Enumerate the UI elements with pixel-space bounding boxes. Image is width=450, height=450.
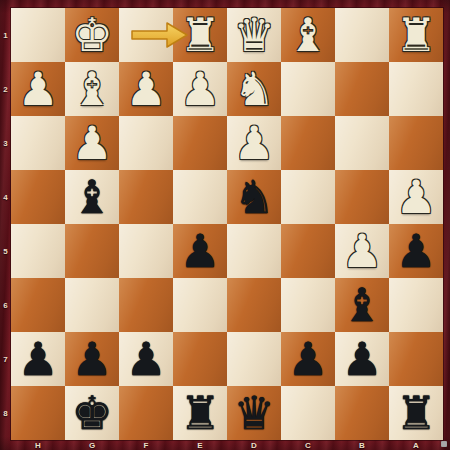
chess-board: ♚♜♛♝♜♟♝♟♟♞♟♟♝♞♟♟♟♟♝♟♟♟♟♟♚♜♛♜ (11, 8, 443, 440)
square-d5[interactable] (227, 224, 281, 278)
piece-black-pawn: ♟ (71, 332, 112, 386)
square-d1[interactable]: ♛ (227, 8, 281, 62)
square-e6[interactable] (173, 278, 227, 332)
square-a1[interactable]: ♜ (389, 8, 443, 62)
square-f5[interactable] (119, 224, 173, 278)
piece-white-rook: ♜ (179, 8, 220, 62)
piece-black-queen: ♛ (233, 386, 274, 440)
square-b7[interactable]: ♟ (335, 332, 389, 386)
piece-black-pawn: ♟ (125, 332, 166, 386)
square-c4[interactable] (281, 170, 335, 224)
square-e8[interactable]: ♜ (173, 386, 227, 440)
square-a4[interactable]: ♟ (389, 170, 443, 224)
piece-white-pawn: ♟ (395, 170, 436, 224)
square-g3[interactable]: ♟ (65, 116, 119, 170)
file-label-f: F (119, 440, 173, 450)
square-h3[interactable] (11, 116, 65, 170)
square-g8[interactable]: ♚ (65, 386, 119, 440)
square-c5[interactable] (281, 224, 335, 278)
square-h7[interactable]: ♟ (11, 332, 65, 386)
square-c2[interactable] (281, 62, 335, 116)
square-b1[interactable] (335, 8, 389, 62)
file-labels: HGFEDCBA (11, 440, 443, 450)
square-h4[interactable] (11, 170, 65, 224)
square-d3[interactable]: ♟ (227, 116, 281, 170)
square-h1[interactable] (11, 8, 65, 62)
square-c6[interactable] (281, 278, 335, 332)
square-g5[interactable] (65, 224, 119, 278)
square-d7[interactable] (227, 332, 281, 386)
square-c7[interactable]: ♟ (281, 332, 335, 386)
file-label-c: C (281, 440, 335, 450)
piece-black-rook: ♜ (179, 386, 220, 440)
rank-labels: 12345678 (0, 8, 11, 440)
square-e5[interactable]: ♟ (173, 224, 227, 278)
square-b2[interactable] (335, 62, 389, 116)
square-a7[interactable] (389, 332, 443, 386)
square-a2[interactable] (389, 62, 443, 116)
square-d4[interactable]: ♞ (227, 170, 281, 224)
file-label-d: D (227, 440, 281, 450)
piece-white-pawn: ♟ (233, 116, 274, 170)
square-a8[interactable]: ♜ (389, 386, 443, 440)
square-e2[interactable]: ♟ (173, 62, 227, 116)
piece-black-pawn: ♟ (287, 332, 328, 386)
rank-label-3: 3 (0, 116, 11, 170)
piece-black-pawn: ♟ (395, 224, 436, 278)
piece-white-pawn: ♟ (17, 62, 58, 116)
square-g7[interactable]: ♟ (65, 332, 119, 386)
rank-label-1: 1 (0, 8, 11, 62)
rank-label-2: 2 (0, 62, 11, 116)
square-b5[interactable]: ♟ (335, 224, 389, 278)
square-g6[interactable] (65, 278, 119, 332)
piece-white-king: ♚ (71, 8, 112, 62)
square-h6[interactable] (11, 278, 65, 332)
piece-white-pawn: ♟ (125, 62, 166, 116)
square-f1[interactable] (119, 8, 173, 62)
piece-black-pawn: ♟ (179, 224, 220, 278)
piece-white-pawn: ♟ (341, 224, 382, 278)
square-a3[interactable] (389, 116, 443, 170)
square-d6[interactable] (227, 278, 281, 332)
square-e7[interactable] (173, 332, 227, 386)
file-label-e: E (173, 440, 227, 450)
file-label-b: B (335, 440, 389, 450)
square-f4[interactable] (119, 170, 173, 224)
piece-black-bishop: ♝ (341, 278, 382, 332)
piece-black-bishop: ♝ (71, 170, 112, 224)
square-b3[interactable] (335, 116, 389, 170)
square-h8[interactable] (11, 386, 65, 440)
piece-black-king: ♚ (71, 386, 112, 440)
square-f6[interactable] (119, 278, 173, 332)
rank-label-7: 7 (0, 332, 11, 386)
piece-white-pawn: ♟ (179, 62, 220, 116)
square-b4[interactable] (335, 170, 389, 224)
piece-white-bishop: ♝ (71, 62, 112, 116)
square-d2[interactable]: ♞ (227, 62, 281, 116)
piece-black-rook: ♜ (395, 386, 436, 440)
rank-label-5: 5 (0, 224, 11, 278)
square-a6[interactable] (389, 278, 443, 332)
square-h2[interactable]: ♟ (11, 62, 65, 116)
square-a5[interactable]: ♟ (389, 224, 443, 278)
square-c3[interactable] (281, 116, 335, 170)
file-label-h: H (11, 440, 65, 450)
rank-label-8: 8 (0, 386, 11, 440)
square-e4[interactable] (173, 170, 227, 224)
chess-board-frame: 12345678 ♚♜♛♝♜♟♝♟♟♞♟♟♝♞♟♟♟♟♝♟♟♟♟♟♚♜♛♜ HG… (0, 0, 450, 450)
piece-white-bishop: ♝ (287, 8, 328, 62)
piece-white-knight: ♞ (233, 62, 274, 116)
piece-black-knight: ♞ (233, 170, 274, 224)
square-e1[interactable]: ♜ (173, 8, 227, 62)
rank-label-4: 4 (0, 170, 11, 224)
resize-handle[interactable] (441, 441, 447, 447)
square-g4[interactable]: ♝ (65, 170, 119, 224)
rank-label-6: 6 (0, 278, 11, 332)
square-h5[interactable] (11, 224, 65, 278)
piece-black-pawn: ♟ (341, 332, 382, 386)
piece-white-rook: ♜ (395, 8, 436, 62)
square-f3[interactable] (119, 116, 173, 170)
square-b6[interactable]: ♝ (335, 278, 389, 332)
square-f8[interactable] (119, 386, 173, 440)
square-g2[interactable]: ♝ (65, 62, 119, 116)
piece-white-pawn: ♟ (71, 116, 112, 170)
file-label-a: A (389, 440, 443, 450)
square-b8[interactable] (335, 386, 389, 440)
square-e3[interactable] (173, 116, 227, 170)
square-f7[interactable]: ♟ (119, 332, 173, 386)
square-f2[interactable]: ♟ (119, 62, 173, 116)
square-c1[interactable]: ♝ (281, 8, 335, 62)
square-d8[interactable]: ♛ (227, 386, 281, 440)
piece-black-pawn: ♟ (17, 332, 58, 386)
piece-white-queen: ♛ (233, 8, 274, 62)
square-c8[interactable] (281, 386, 335, 440)
square-g1[interactable]: ♚ (65, 8, 119, 62)
file-label-g: G (65, 440, 119, 450)
